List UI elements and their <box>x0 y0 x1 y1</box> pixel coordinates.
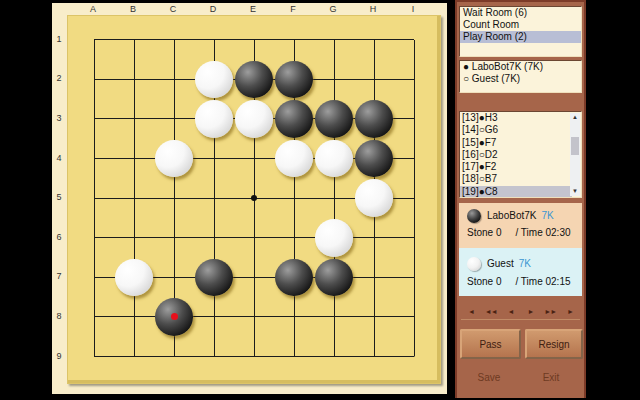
move-item[interactable]: [13]●H3 <box>460 112 572 124</box>
intersection-F2[interactable] <box>274 60 314 100</box>
intersection-E3[interactable] <box>234 99 274 139</box>
intersection-E8[interactable] <box>234 297 274 337</box>
intersection-D8[interactable] <box>194 297 234 337</box>
intersection-B9[interactable] <box>114 337 154 377</box>
column-labels: ABCDEFGHI <box>73 3 433 15</box>
last-move-marker <box>171 313 178 320</box>
intersection-D9[interactable] <box>194 337 234 377</box>
player-item[interactable]: ○ Guest (7K) <box>460 73 581 85</box>
intersection-H5[interactable] <box>354 178 394 218</box>
intersection-B5[interactable] <box>114 178 154 218</box>
intersection-D2[interactable] <box>194 60 234 100</box>
players-list: ● LaboBot7K (7K)○ Guest (7K) <box>459 60 582 93</box>
intersection-I8[interactable] <box>394 297 434 337</box>
nav-back-fast-button[interactable]: ◄◄ <box>481 308 501 315</box>
intersection-I1[interactable] <box>394 20 434 60</box>
intersection-C9[interactable] <box>154 337 194 377</box>
intersection-G6[interactable] <box>314 218 354 258</box>
nav-back-button[interactable]: ◄ <box>501 308 521 315</box>
intersection-A6[interactable] <box>74 218 114 258</box>
row-label: 2 <box>53 59 65 99</box>
white-stone-C4 <box>155 140 193 178</box>
intersection-I9[interactable] <box>394 337 434 377</box>
intersection-I6[interactable] <box>394 218 434 258</box>
column-label: F <box>273 3 313 15</box>
scroll-up-icon[interactable]: ▲ <box>570 113 580 122</box>
move-navigation: ◄◄◄◄►►►► <box>461 304 580 320</box>
intersection-C7[interactable] <box>154 258 194 298</box>
intersection-B8[interactable] <box>114 297 154 337</box>
row-label: 5 <box>53 177 65 217</box>
intersection-F5[interactable] <box>274 178 314 218</box>
intersection-G8[interactable] <box>314 297 354 337</box>
intersection-A5[interactable] <box>74 178 114 218</box>
intersection-G2[interactable] <box>314 60 354 100</box>
intersection-G5[interactable] <box>314 178 354 218</box>
column-label: B <box>113 3 153 15</box>
intersection-G9[interactable] <box>314 337 354 377</box>
white-stone-D3 <box>195 100 233 138</box>
black-stone-E2 <box>235 61 273 99</box>
intersection-A1[interactable] <box>74 20 114 60</box>
rooms-list: Wait Room (6)Count RoomPlay Room (2) <box>459 6 582 57</box>
intersection-A2[interactable] <box>74 60 114 100</box>
white-player-rank: 7K <box>519 258 531 269</box>
black-stone-C8 <box>155 298 193 336</box>
intersection-B7[interactable] <box>114 258 154 298</box>
moves-items: [13]●H3[14]○G6[15]●F7[16]○D2[17]●F2[18]○… <box>460 112 581 198</box>
intersection-C2[interactable] <box>154 60 194 100</box>
intersection-F4[interactable] <box>274 139 314 179</box>
player-item[interactable]: ● LaboBot7K (7K) <box>460 61 581 73</box>
white-stone-G6 <box>315 219 353 257</box>
black-player-name: LaboBot7K7K <box>487 210 554 221</box>
intersection-E7[interactable] <box>234 258 274 298</box>
black-stone-D7 <box>195 259 233 297</box>
row-label: 6 <box>53 217 65 257</box>
intersection-I3[interactable] <box>394 99 434 139</box>
row-label: 4 <box>53 138 65 178</box>
scrollbar-thumb[interactable] <box>571 137 579 155</box>
exit-button[interactable]: Exit <box>529 370 573 386</box>
intersection-D3[interactable] <box>194 99 234 139</box>
move-item[interactable]: [17]●F2 <box>460 161 572 173</box>
moves-scrollbar[interactable]: ▲ ▼ <box>570 113 580 196</box>
stone-color-icon: ○ <box>463 73 472 84</box>
nav-last-button[interactable]: ► <box>560 308 580 315</box>
intersection-C5[interactable] <box>154 178 194 218</box>
white-player-card: Guest7K Stone 0/ Time 02:15 <box>459 248 582 296</box>
intersection-G3[interactable] <box>314 99 354 139</box>
intersection-F7[interactable] <box>274 258 314 298</box>
intersection-A8[interactable] <box>74 297 114 337</box>
intersection-E5[interactable] <box>234 178 274 218</box>
intersection-B4[interactable] <box>114 139 154 179</box>
intersection-H9[interactable] <box>354 337 394 377</box>
intersection-C4[interactable] <box>154 139 194 179</box>
column-label: G <box>313 3 353 15</box>
intersection-H6[interactable] <box>354 218 394 258</box>
intersection-F3[interactable] <box>274 99 314 139</box>
black-player-rank: 7K <box>542 210 554 221</box>
column-label: I <box>393 3 433 15</box>
go-client-window: ABCDEFGHI 123456789 Wait Room (6)Count R… <box>0 0 640 400</box>
intersection-C1[interactable] <box>154 20 194 60</box>
white-player-name: Guest7K <box>487 258 531 269</box>
goban <box>67 15 441 384</box>
intersection-G4[interactable] <box>314 139 354 179</box>
scroll-down-icon[interactable]: ▼ <box>570 187 580 196</box>
move-item[interactable]: [18]○B7 <box>460 173 572 185</box>
intersection-B2[interactable] <box>114 60 154 100</box>
move-item[interactable]: [16]○D2 <box>460 149 572 161</box>
intersection-I5[interactable] <box>394 178 434 218</box>
row-labels: 123456789 <box>53 19 65 375</box>
intersection-B3[interactable] <box>114 99 154 139</box>
white-stone-H5 <box>355 179 393 217</box>
intersection-B1[interactable] <box>114 20 154 60</box>
intersection-C8[interactable] <box>154 297 194 337</box>
column-label: H <box>353 3 393 15</box>
column-label: E <box>233 3 273 15</box>
white-player-stats: Stone 0/ Time 02:15 <box>467 276 577 287</box>
moves-list: [13]●H3[14]○G6[15]●F7[16]○D2[17]●F2[18]○… <box>459 111 582 198</box>
intersection-H7[interactable] <box>354 258 394 298</box>
black-stone-F3 <box>275 100 313 138</box>
room-item[interactable]: Wait Room (6) <box>460 7 581 19</box>
row-label: 7 <box>53 257 65 297</box>
pass-button[interactable]: Pass <box>460 329 521 359</box>
row-label: 9 <box>53 336 65 376</box>
white-stone-D2 <box>195 61 233 99</box>
go-board <box>74 20 434 376</box>
nav-first-button[interactable]: ◄ <box>461 308 481 315</box>
intersection-D1[interactable] <box>194 20 234 60</box>
white-stone-E3 <box>235 100 273 138</box>
intersection-C6[interactable] <box>154 218 194 258</box>
black-player-card: LaboBot7K7K Stone 0/ Time 02:30 <box>459 203 582 248</box>
intersection-A3[interactable] <box>74 99 114 139</box>
intersection-B6[interactable] <box>114 218 154 258</box>
intersection-A9[interactable] <box>74 337 114 377</box>
intersection-E4[interactable] <box>234 139 274 179</box>
intersection-F6[interactable] <box>274 218 314 258</box>
intersection-H3[interactable] <box>354 99 394 139</box>
intersection-I2[interactable] <box>394 60 434 100</box>
intersection-H2[interactable] <box>354 60 394 100</box>
column-label: C <box>153 3 193 15</box>
intersection-A7[interactable] <box>74 258 114 298</box>
intersection-I7[interactable] <box>394 258 434 298</box>
row-label: 3 <box>53 98 65 138</box>
nav-forward-fast-button[interactable]: ►► <box>540 308 560 315</box>
star-point <box>251 195 257 201</box>
intersection-H4[interactable] <box>354 139 394 179</box>
white-stone-G4 <box>315 140 353 178</box>
move-item[interactable]: [15]●F7 <box>460 137 572 149</box>
intersection-E2[interactable] <box>234 60 274 100</box>
room-item[interactable]: Play Room (2) <box>460 31 581 43</box>
black-player-stats: Stone 0/ Time 02:30 <box>467 227 577 238</box>
intersection-D6[interactable] <box>194 218 234 258</box>
save-button[interactable]: Save <box>467 370 511 386</box>
white-stone-B7 <box>115 259 153 297</box>
column-label: D <box>193 3 233 15</box>
resign-button[interactable]: Resign <box>525 329 583 359</box>
black-stone-G3 <box>315 100 353 138</box>
intersection-I4[interactable] <box>394 139 434 179</box>
intersection-F1[interactable] <box>274 20 314 60</box>
nav-forward-button[interactable]: ► <box>520 308 540 315</box>
move-item[interactable]: [19]●C8 <box>460 186 572 198</box>
intersection-H8[interactable] <box>354 297 394 337</box>
black-stone-icon <box>467 209 481 223</box>
row-label: 1 <box>53 19 65 59</box>
intersection-G7[interactable] <box>314 258 354 298</box>
black-stone-H3 <box>355 100 393 138</box>
intersection-D7[interactable] <box>194 258 234 298</box>
black-stone-G7 <box>315 259 353 297</box>
room-item[interactable]: Count Room <box>460 19 581 31</box>
black-stone-F2 <box>275 61 313 99</box>
white-stone-icon <box>467 257 481 271</box>
stone-color-icon: ● <box>463 61 472 72</box>
black-stone-F7 <box>275 259 313 297</box>
intersection-H1[interactable] <box>354 20 394 60</box>
intersection-C3[interactable] <box>154 99 194 139</box>
intersection-E6[interactable] <box>234 218 274 258</box>
intersection-A4[interactable] <box>74 139 114 179</box>
intersection-E1[interactable] <box>234 20 274 60</box>
move-item[interactable]: [14]○G6 <box>460 124 572 136</box>
column-label: A <box>73 3 113 15</box>
control-panel: Wait Room (6)Count RoomPlay Room (2) ● L… <box>455 0 586 398</box>
intersection-D4[interactable] <box>194 139 234 179</box>
board-frame: ABCDEFGHI 123456789 <box>52 3 447 394</box>
intersection-D5[interactable] <box>194 178 234 218</box>
black-stone-H4 <box>355 140 393 178</box>
intersection-E9[interactable] <box>234 337 274 377</box>
row-label: 8 <box>53 296 65 336</box>
intersection-F8[interactable] <box>274 297 314 337</box>
white-stone-F4 <box>275 140 313 178</box>
intersection-G1[interactable] <box>314 20 354 60</box>
intersection-F9[interactable] <box>274 337 314 377</box>
